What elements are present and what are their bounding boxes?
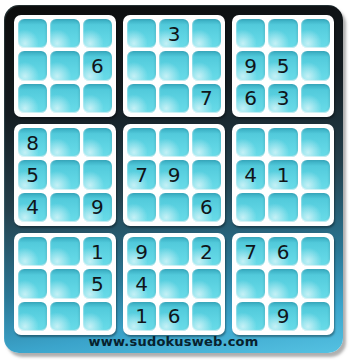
cell-r5c8[interactable]: 1 — [268, 160, 297, 189]
box-3: 9563 — [232, 15, 334, 117]
cell-r6c6[interactable]: 6 — [192, 193, 221, 222]
box-9: 769 — [232, 233, 334, 335]
cell-r5c2[interactable] — [50, 160, 79, 189]
cell-r5c9[interactable] — [301, 160, 330, 189]
cell-r8c8[interactable] — [268, 269, 297, 298]
cell-r9c3[interactable] — [83, 302, 112, 331]
cell-r7c2[interactable] — [50, 237, 79, 266]
cell-r2c6[interactable] — [192, 51, 221, 80]
cell-r7c5[interactable] — [159, 237, 188, 266]
cell-r8c7[interactable] — [236, 269, 265, 298]
cell-r3c9[interactable] — [301, 84, 330, 113]
cell-r9c4[interactable]: 1 — [127, 302, 156, 331]
cell-r6c1[interactable]: 4 — [18, 193, 47, 222]
cell-r5c5[interactable]: 9 — [159, 160, 188, 189]
website-label: www.sudokusweb.com — [4, 333, 343, 351]
cell-r2c8[interactable]: 5 — [268, 51, 297, 80]
cell-r9c2[interactable] — [50, 302, 79, 331]
cell-r1c4[interactable] — [127, 19, 156, 48]
cell-r9c9[interactable] — [301, 302, 330, 331]
cell-r2c2[interactable] — [50, 51, 79, 80]
box-8: 92416 — [123, 233, 225, 335]
cell-r9c6[interactable] — [192, 302, 221, 331]
cell-r3c5[interactable] — [159, 84, 188, 113]
box-6: 41 — [232, 124, 334, 226]
cell-r5c7[interactable]: 4 — [236, 160, 265, 189]
cell-r6c9[interactable] — [301, 193, 330, 222]
cell-r2c7[interactable]: 9 — [236, 51, 265, 80]
cell-r1c9[interactable] — [301, 19, 330, 48]
cell-r7c8[interactable]: 6 — [268, 237, 297, 266]
cell-r5c6[interactable] — [192, 160, 221, 189]
box-4: 8549 — [14, 124, 116, 226]
cell-r3c6[interactable]: 7 — [192, 84, 221, 113]
sudoku-page: 63795638549796411592416769 www.sudokuswe… — [0, 0, 350, 360]
cell-r3c3[interactable] — [83, 84, 112, 113]
cell-r2c5[interactable] — [159, 51, 188, 80]
box-7: 15 — [14, 233, 116, 335]
cell-r8c6[interactable] — [192, 269, 221, 298]
cell-r4c2[interactable] — [50, 128, 79, 157]
cell-r7c6[interactable]: 2 — [192, 237, 221, 266]
cell-r3c1[interactable] — [18, 84, 47, 113]
cell-r8c4[interactable]: 4 — [127, 269, 156, 298]
cell-r9c7[interactable] — [236, 302, 265, 331]
cell-r1c3[interactable] — [83, 19, 112, 48]
cell-r4c7[interactable] — [236, 128, 265, 157]
cell-r1c5[interactable]: 3 — [159, 19, 188, 48]
cell-r6c7[interactable] — [236, 193, 265, 222]
cell-r5c3[interactable] — [83, 160, 112, 189]
cell-r1c7[interactable] — [236, 19, 265, 48]
box-1: 6 — [14, 15, 116, 117]
cell-r9c8[interactable]: 9 — [268, 302, 297, 331]
cell-r1c2[interactable] — [50, 19, 79, 48]
cell-r2c4[interactable] — [127, 51, 156, 80]
cell-r1c8[interactable] — [268, 19, 297, 48]
cell-r4c8[interactable] — [268, 128, 297, 157]
cell-r8c2[interactable] — [50, 269, 79, 298]
cell-r6c5[interactable] — [159, 193, 188, 222]
cell-r4c4[interactable] — [127, 128, 156, 157]
cell-r6c3[interactable]: 9 — [83, 193, 112, 222]
cell-r4c6[interactable] — [192, 128, 221, 157]
cell-r7c7[interactable]: 7 — [236, 237, 265, 266]
cell-r2c9[interactable] — [301, 51, 330, 80]
cell-r7c4[interactable]: 9 — [127, 237, 156, 266]
cell-r2c3[interactable]: 6 — [83, 51, 112, 80]
cell-r9c1[interactable] — [18, 302, 47, 331]
sudoku-board: 63795638549796411592416769 www.sudokuswe… — [4, 5, 343, 353]
cell-r4c1[interactable]: 8 — [18, 128, 47, 157]
cell-r5c1[interactable]: 5 — [18, 160, 47, 189]
cell-r6c8[interactable] — [268, 193, 297, 222]
cell-r8c1[interactable] — [18, 269, 47, 298]
cell-r7c9[interactable] — [301, 237, 330, 266]
cell-r4c9[interactable] — [301, 128, 330, 157]
cell-r2c1[interactable] — [18, 51, 47, 80]
cell-r3c7[interactable]: 6 — [236, 84, 265, 113]
cell-r4c5[interactable] — [159, 128, 188, 157]
cell-r1c6[interactable] — [192, 19, 221, 48]
cell-r5c4[interactable]: 7 — [127, 160, 156, 189]
cell-r8c5[interactable] — [159, 269, 188, 298]
cell-r8c3[interactable]: 5 — [83, 269, 112, 298]
cell-r7c1[interactable] — [18, 237, 47, 266]
cell-r3c4[interactable] — [127, 84, 156, 113]
box-2: 37 — [123, 15, 225, 117]
box-5: 796 — [123, 124, 225, 226]
cell-r6c4[interactable] — [127, 193, 156, 222]
cell-r8c9[interactable] — [301, 269, 330, 298]
cell-r3c2[interactable] — [50, 84, 79, 113]
cell-r7c3[interactable]: 1 — [83, 237, 112, 266]
cell-r4c3[interactable] — [83, 128, 112, 157]
cell-r1c1[interactable] — [18, 19, 47, 48]
cell-r9c5[interactable]: 6 — [159, 302, 188, 331]
cell-r3c8[interactable]: 3 — [268, 84, 297, 113]
sudoku-grid: 63795638549796411592416769 — [14, 15, 334, 335]
cell-r6c2[interactable] — [50, 193, 79, 222]
